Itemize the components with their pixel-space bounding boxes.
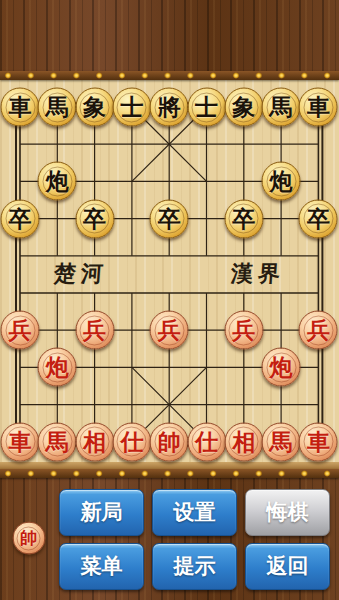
piece-glyph: 兵	[9, 319, 32, 342]
new-game-button[interactable]: 新局	[59, 489, 144, 536]
piece-red-兵[interactable]: 兵	[299, 311, 338, 350]
piece-red-兵[interactable]: 兵	[150, 311, 189, 350]
piece-black-士[interactable]: 士	[187, 88, 226, 127]
stud-strip-top	[0, 71, 339, 80]
piece-black-炮[interactable]: 炮	[38, 162, 77, 201]
settings-button[interactable]: 设置	[152, 489, 237, 536]
piece-red-車[interactable]: 車	[1, 422, 40, 461]
piece-glyph: 馬	[46, 96, 69, 119]
piece-glyph: 炮	[270, 356, 293, 379]
piece-red-兵[interactable]: 兵	[1, 311, 40, 350]
piece-glyph: 兵	[158, 319, 181, 342]
piece-glyph: 卒	[158, 207, 181, 230]
piece-glyph: 相	[232, 430, 255, 453]
piece-glyph: 將	[158, 96, 181, 119]
piece-red-炮[interactable]: 炮	[262, 348, 301, 387]
piece-black-卒[interactable]: 卒	[150, 199, 189, 238]
piece-glyph: 車	[9, 96, 32, 119]
piece-black-馬[interactable]: 馬	[38, 88, 77, 127]
piece-glyph: 炮	[270, 170, 293, 193]
piece-glyph: 兵	[232, 319, 255, 342]
piece-red-馬[interactable]: 馬	[38, 422, 77, 461]
piece-glyph: 卒	[83, 207, 106, 230]
back-button[interactable]: 返回	[245, 543, 330, 590]
piece-glyph: 相	[83, 430, 106, 453]
piece-glyph: 卒	[232, 207, 255, 230]
xiangqi-app: 楚河 漢界 車馬象士將士象馬車炮炮卒卒卒卒卒兵兵兵兵兵炮炮車馬相仕帥仕相馬車 帥…	[0, 0, 339, 600]
river-label-right: 漢界	[219, 260, 297, 288]
piece-black-象[interactable]: 象	[75, 88, 114, 127]
piece-red-炮[interactable]: 炮	[38, 348, 77, 387]
piece-red-帥[interactable]: 帥	[150, 422, 189, 461]
piece-glyph: 帥	[158, 430, 181, 453]
piece-glyph: 仕	[120, 430, 143, 453]
piece-black-將[interactable]: 將	[150, 88, 189, 127]
undo-button[interactable]: 悔棋	[245, 489, 330, 536]
piece-black-卒[interactable]: 卒	[1, 199, 40, 238]
turn-indicator-piece: 帥	[12, 522, 45, 555]
piece-black-象[interactable]: 象	[224, 88, 263, 127]
piece-red-馬[interactable]: 馬	[262, 422, 301, 461]
piece-black-車[interactable]: 車	[299, 88, 338, 127]
piece-black-卒[interactable]: 卒	[75, 199, 114, 238]
stud-strip-bottom	[0, 469, 339, 478]
piece-glyph: 卒	[307, 207, 330, 230]
hint-button[interactable]: 提示	[152, 543, 237, 590]
piece-glyph: 兵	[307, 319, 330, 342]
piece-glyph: 象	[83, 96, 106, 119]
piece-red-仕[interactable]: 仕	[112, 422, 151, 461]
piece-glyph: 象	[232, 96, 255, 119]
piece-glyph: 士	[120, 96, 143, 119]
piece-black-炮[interactable]: 炮	[262, 162, 301, 201]
piece-glyph: 士	[195, 96, 218, 119]
piece-glyph: 仕	[195, 430, 218, 453]
piece-glyph: 車	[307, 96, 330, 119]
piece-glyph: 馬	[270, 430, 293, 453]
piece-red-相[interactable]: 相	[75, 422, 114, 461]
piece-glyph: 炮	[46, 356, 69, 379]
piece-black-卒[interactable]: 卒	[299, 199, 338, 238]
piece-glyph: 兵	[83, 319, 106, 342]
piece-black-士[interactable]: 士	[112, 88, 151, 127]
piece-glyph: 炮	[46, 170, 69, 193]
piece-black-車[interactable]: 車	[1, 88, 40, 127]
piece-red-車[interactable]: 車	[299, 422, 338, 461]
piece-red-兵[interactable]: 兵	[224, 311, 263, 350]
piece-red-仕[interactable]: 仕	[187, 422, 226, 461]
river-label-left: 楚河	[42, 260, 120, 288]
piece-glyph: 馬	[270, 96, 293, 119]
piece-black-馬[interactable]: 馬	[262, 88, 301, 127]
piece-glyph: 車	[9, 430, 32, 453]
menu-button[interactable]: 菜单	[59, 543, 144, 590]
piece-red-兵[interactable]: 兵	[75, 311, 114, 350]
piece-glyph: 馬	[46, 430, 69, 453]
piece-glyph: 車	[307, 430, 330, 453]
piece-glyph: 卒	[9, 207, 32, 230]
piece-red-相[interactable]: 相	[224, 422, 263, 461]
piece-black-卒[interactable]: 卒	[224, 199, 263, 238]
